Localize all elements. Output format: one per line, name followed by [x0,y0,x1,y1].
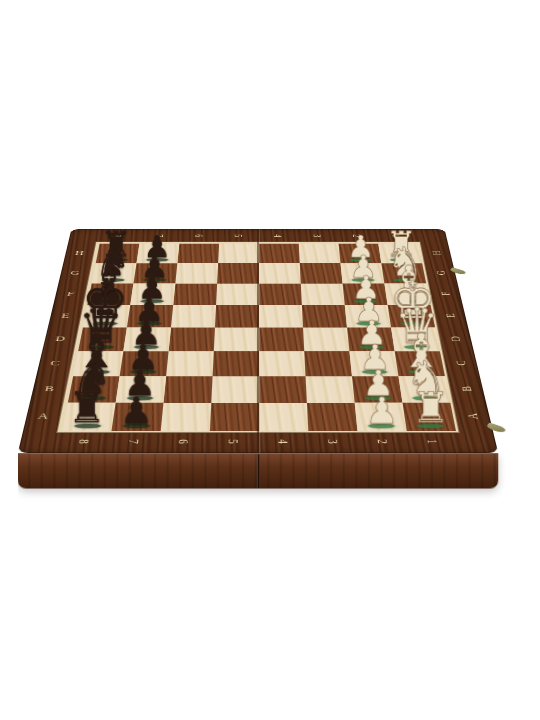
coordinate-label-7: 7 [124,439,143,443]
coordinate-label-7: 7 [152,234,167,237]
square-f3[interactable] [301,284,345,305]
coordinate-label-6: 6 [192,234,207,237]
square-a4[interactable] [259,403,308,431]
coordinate-label-4: 4 [274,439,292,443]
coordinate-label-E: E [442,314,459,318]
coordinate-label-C: C [452,361,470,366]
coordinate-label-5: 5 [231,234,245,237]
square-b6[interactable] [163,376,212,403]
square-h5[interactable] [218,244,259,263]
black-rook-a8[interactable]: ♜ [68,387,106,429]
coordinate-label-5: 5 [224,439,242,443]
coordinate-label-3: 3 [323,439,341,443]
coordinate-label-A: A [37,411,50,421]
square-a1[interactable]: ♜ [403,403,456,431]
square-d3[interactable] [303,328,349,352]
board-front-edge [18,453,498,488]
coordinate-label-4: 4 [271,234,285,237]
square-h3[interactable] [299,244,341,263]
square-f5[interactable] [216,284,259,305]
coordinate-label-2: 2 [349,234,364,237]
square-f4[interactable] [259,284,302,305]
square-a8[interactable]: ♜ [62,403,115,431]
square-b3[interactable] [306,376,355,403]
coordinate-label-A: A [463,413,482,419]
square-a2[interactable]: ♟ [355,403,407,431]
square-c6[interactable] [166,351,214,376]
coordinate-label-1: 1 [389,234,404,237]
square-h4[interactable] [259,244,300,263]
coordinate-label-G: G [433,271,449,275]
coordinate-label-8: 8 [113,234,128,237]
square-g5[interactable] [217,263,259,283]
product-photo-scene: ♜♟♟♜♞♟♟♞♝♟♟♝♚♟♟♚♛♟♟♛♝♟♟♝♞♟♟♞♜♟♟♜ HGFEDCB… [0,0,540,720]
square-c4[interactable] [259,351,306,376]
coordinate-label-F: F [438,292,454,296]
square-a6[interactable] [161,403,212,431]
brass-clasp-icon [485,423,507,434]
coordinate-label-D: D [447,336,464,341]
square-e3[interactable] [302,305,347,328]
square-d6[interactable] [169,328,215,352]
chess-board: ♜♟♟♜♞♟♟♞♝♟♟♝♚♟♟♚♛♟♟♛♝♟♟♝♞♟♟♞♜♟♟♜ HGFEDCB… [18,229,498,453]
square-b4[interactable] [259,376,307,403]
coordinate-label-C: C [49,359,60,368]
perspective-wrapper: ♜♟♟♜♞♟♟♞♝♟♟♝♚♟♟♚♛♟♟♛♝♟♟♝♞♟♟♞♜♟♟♜ HGFEDCB… [0,0,540,720]
square-h6[interactable] [177,244,219,263]
coordinate-label-E: E [61,312,71,320]
coordinate-label-1: 1 [423,439,442,443]
coordinate-label-8: 8 [74,439,93,443]
square-c5[interactable] [213,351,259,376]
square-a3[interactable] [307,403,358,431]
square-f6[interactable] [173,284,217,305]
brass-clasp-icon [449,267,467,275]
coordinate-label-H: H [74,249,84,256]
front-fold-seam [256,454,259,488]
coordinate-label-3: 3 [310,234,325,237]
coordinate-label-F: F [66,290,75,298]
square-a7[interactable]: ♟ [111,403,163,431]
square-g6[interactable] [175,263,218,283]
coordinate-label-2: 2 [373,439,392,443]
square-e5[interactable] [215,305,259,328]
square-g3[interactable] [300,263,343,283]
square-e4[interactable] [259,305,303,328]
square-a5[interactable] [210,403,259,431]
coordinate-label-B: B [458,386,476,391]
coordinate-label-D: D [55,334,66,343]
coordinate-label-G: G [70,269,80,276]
board-grid: ♜♟♟♜♞♟♟♞♝♟♟♝♚♟♟♚♛♟♟♛♝♟♟♝♞♟♟♞♜♟♟♜ [62,244,456,431]
black-pawn-a7[interactable]: ♟ [120,392,153,429]
fold-seam [257,229,259,453]
square-b5[interactable] [211,376,259,403]
square-d4[interactable] [259,328,304,352]
square-d5[interactable] [214,328,259,352]
coordinate-label-6: 6 [174,439,192,443]
white-pawn-a2[interactable]: ♟ [365,392,398,429]
white-rook-a1[interactable]: ♜ [412,387,450,429]
coordinate-label-H: H [429,251,445,255]
coordinate-label-B: B [44,384,55,394]
square-g4[interactable] [259,263,301,283]
square-c3[interactable] [304,351,352,376]
square-e6[interactable] [171,305,216,328]
